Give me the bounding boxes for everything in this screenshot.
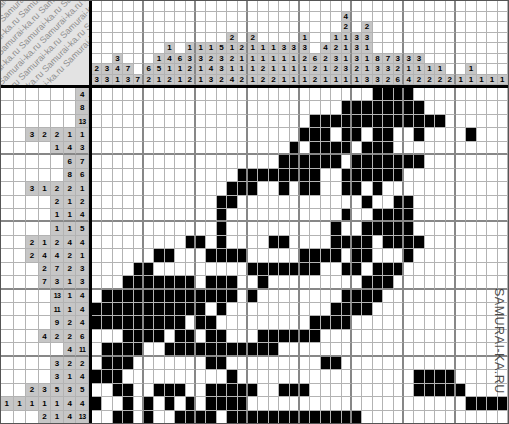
grid-cell[interactable] <box>238 397 248 410</box>
grid-cell[interactable] <box>144 249 154 262</box>
grid-cell[interactable] <box>165 343 175 356</box>
grid-cell[interactable] <box>435 155 445 168</box>
grid-cell[interactable] <box>196 343 206 356</box>
grid-cell[interactable] <box>290 209 300 222</box>
grid-cell[interactable] <box>425 209 435 222</box>
grid-cell[interactable] <box>477 88 487 101</box>
grid-cell[interactable] <box>269 196 279 209</box>
grid-cell[interactable] <box>279 357 289 370</box>
grid-cell[interactable] <box>477 357 487 370</box>
grid-cell[interactable] <box>466 236 476 249</box>
grid-cell[interactable] <box>186 88 196 101</box>
grid-cell[interactable] <box>383 88 393 101</box>
grid-cell[interactable] <box>394 357 404 370</box>
grid-cell[interactable] <box>248 357 258 370</box>
grid-cell[interactable] <box>383 101 393 114</box>
grid-cell[interactable] <box>342 370 352 383</box>
grid-cell[interactable] <box>310 397 320 410</box>
grid-cell[interactable] <box>227 316 237 329</box>
grid-cell[interactable] <box>383 236 393 249</box>
grid-cell[interactable] <box>362 236 372 249</box>
grid-cell[interactable] <box>321 128 331 141</box>
grid-cell[interactable] <box>279 397 289 410</box>
grid-cell[interactable] <box>206 155 216 168</box>
grid-cell[interactable] <box>414 128 424 141</box>
grid-cell[interactable] <box>227 357 237 370</box>
grid-cell[interactable] <box>477 142 487 155</box>
grid-cell[interactable] <box>352 330 362 343</box>
grid-cell[interactable] <box>425 88 435 101</box>
grid-cell[interactable] <box>404 196 414 209</box>
grid-cell[interactable] <box>383 155 393 168</box>
grid-cell[interactable] <box>362 101 372 114</box>
grid-cell[interactable] <box>331 115 341 128</box>
grid-cell[interactable] <box>321 249 331 262</box>
grid-cell[interactable] <box>383 182 393 195</box>
grid-cell[interactable] <box>456 209 466 222</box>
grid-cell[interactable] <box>310 343 320 356</box>
grid-cell[interactable] <box>310 222 320 235</box>
grid-cell[interactable] <box>113 370 123 383</box>
grid-cell[interactable] <box>175 411 185 424</box>
grid-cell[interactable] <box>217 357 227 370</box>
grid-cell[interactable] <box>394 303 404 316</box>
grid-cell[interactable] <box>466 290 476 303</box>
grid-cell[interactable] <box>373 397 383 410</box>
grid-cell[interactable] <box>477 384 487 397</box>
grid-cell[interactable] <box>206 196 216 209</box>
grid-cell[interactable] <box>498 88 508 101</box>
grid-cell[interactable] <box>300 263 310 276</box>
grid-cell[interactable] <box>269 101 279 114</box>
grid-cell[interactable] <box>310 370 320 383</box>
grid-cell[interactable] <box>113 209 123 222</box>
grid-cell[interactable] <box>394 290 404 303</box>
grid-cell[interactable] <box>310 209 320 222</box>
grid-cell[interactable] <box>175 397 185 410</box>
grid-cell[interactable] <box>196 357 206 370</box>
grid-cell[interactable] <box>175 290 185 303</box>
grid-cell[interactable] <box>227 370 237 383</box>
grid-cell[interactable] <box>321 411 331 424</box>
grid-cell[interactable] <box>165 222 175 235</box>
grid-cell[interactable] <box>279 290 289 303</box>
grid-cell[interactable] <box>248 142 258 155</box>
grid-cell[interactable] <box>290 384 300 397</box>
grid-cell[interactable] <box>300 384 310 397</box>
grid-cell[interactable] <box>414 222 424 235</box>
grid-cell[interactable] <box>404 290 414 303</box>
grid-cell[interactable] <box>290 343 300 356</box>
grid-cell[interactable] <box>134 290 144 303</box>
grid-cell[interactable] <box>446 182 456 195</box>
grid-cell[interactable] <box>165 370 175 383</box>
grid-cell[interactable] <box>404 357 414 370</box>
grid-cell[interactable] <box>310 276 320 289</box>
grid-cell[interactable] <box>217 249 227 262</box>
grid-cell[interactable] <box>279 196 289 209</box>
grid-cell[interactable] <box>373 155 383 168</box>
grid-cell[interactable] <box>113 411 123 424</box>
grid-cell[interactable] <box>279 303 289 316</box>
grid-cell[interactable] <box>196 370 206 383</box>
grid-cell[interactable] <box>186 343 196 356</box>
grid-cell[interactable] <box>342 169 352 182</box>
grid-cell[interactable] <box>144 343 154 356</box>
grid-cell[interactable] <box>300 370 310 383</box>
grid-cell[interactable] <box>446 411 456 424</box>
grid-cell[interactable] <box>175 222 185 235</box>
grid-cell[interactable] <box>342 397 352 410</box>
grid-cell[interactable] <box>321 357 331 370</box>
grid-cell[interactable] <box>186 249 196 262</box>
grid-cell[interactable] <box>466 357 476 370</box>
grid-cell[interactable] <box>248 276 258 289</box>
grid-cell[interactable] <box>404 182 414 195</box>
grid-cell[interactable] <box>394 249 404 262</box>
grid-cell[interactable] <box>92 343 102 356</box>
grid-cell[interactable] <box>331 343 341 356</box>
grid-cell[interactable] <box>206 330 216 343</box>
grid-cell[interactable] <box>290 316 300 329</box>
grid-cell[interactable] <box>487 142 497 155</box>
grid-cell[interactable] <box>331 316 341 329</box>
grid-cell[interactable] <box>373 411 383 424</box>
grid-cell[interactable] <box>238 196 248 209</box>
grid-cell[interactable] <box>466 411 476 424</box>
grid-cell[interactable] <box>331 370 341 383</box>
grid-cell[interactable] <box>227 142 237 155</box>
grid-cell[interactable] <box>446 169 456 182</box>
grid-cell[interactable] <box>102 303 112 316</box>
grid-cell[interactable] <box>498 236 508 249</box>
grid-cell[interactable] <box>435 330 445 343</box>
grid-cell[interactable] <box>321 101 331 114</box>
grid-cell[interactable] <box>446 115 456 128</box>
grid-cell[interactable] <box>477 343 487 356</box>
grid-cell[interactable] <box>196 182 206 195</box>
grid-cell[interactable] <box>227 330 237 343</box>
grid-cell[interactable] <box>373 236 383 249</box>
grid-cell[interactable] <box>123 142 133 155</box>
grid-cell[interactable] <box>269 330 279 343</box>
grid-cell[interactable] <box>394 343 404 356</box>
grid-cell[interactable] <box>435 236 445 249</box>
grid-cell[interactable] <box>154 276 164 289</box>
grid-cell[interactable] <box>425 330 435 343</box>
grid-cell[interactable] <box>175 343 185 356</box>
grid-cell[interactable] <box>102 384 112 397</box>
grid-cell[interactable] <box>269 182 279 195</box>
grid-cell[interactable] <box>123 384 133 397</box>
grid-cell[interactable] <box>466 88 476 101</box>
grid-cell[interactable] <box>352 169 362 182</box>
grid-cell[interactable] <box>300 397 310 410</box>
grid-cell[interactable] <box>196 236 206 249</box>
grid-cell[interactable] <box>248 263 258 276</box>
grid-cell[interactable] <box>466 222 476 235</box>
grid-cell[interactable] <box>362 88 372 101</box>
grid-cell[interactable] <box>165 169 175 182</box>
grid-cell[interactable] <box>373 263 383 276</box>
grid-cell[interactable] <box>362 115 372 128</box>
grid-cell[interactable] <box>383 249 393 262</box>
grid-cell[interactable] <box>217 343 227 356</box>
grid-cell[interactable] <box>248 182 258 195</box>
grid-cell[interactable] <box>331 249 341 262</box>
grid-cell[interactable] <box>269 222 279 235</box>
grid-cell[interactable] <box>290 397 300 410</box>
grid-cell[interactable] <box>456 101 466 114</box>
grid-cell[interactable] <box>310 142 320 155</box>
grid-cell[interactable] <box>342 115 352 128</box>
grid-cell[interactable] <box>113 88 123 101</box>
grid-cell[interactable] <box>175 316 185 329</box>
grid-cell[interactable] <box>258 222 268 235</box>
grid-cell[interactable] <box>186 330 196 343</box>
grid-cell[interactable] <box>144 196 154 209</box>
grid-cell[interactable] <box>435 384 445 397</box>
grid-cell[interactable] <box>165 384 175 397</box>
grid-cell[interactable] <box>310 101 320 114</box>
grid-cell[interactable] <box>154 330 164 343</box>
grid-cell[interactable] <box>290 142 300 155</box>
grid-cell[interactable] <box>425 115 435 128</box>
grid-cell[interactable] <box>414 169 424 182</box>
grid-cell[interactable] <box>466 196 476 209</box>
grid-cell[interactable] <box>258 101 268 114</box>
grid-cell[interactable] <box>279 142 289 155</box>
grid-cell[interactable] <box>154 182 164 195</box>
grid-cell[interactable] <box>238 263 248 276</box>
grid-cell[interactable] <box>165 263 175 276</box>
grid-cell[interactable] <box>175 330 185 343</box>
grid-cell[interactable] <box>300 236 310 249</box>
grid-cell[interactable] <box>113 330 123 343</box>
grid-cell[interactable] <box>113 276 123 289</box>
grid-cell[interactable] <box>258 330 268 343</box>
grid-cell[interactable] <box>113 316 123 329</box>
grid-cell[interactable] <box>310 316 320 329</box>
grid-cell[interactable] <box>456 303 466 316</box>
grid-cell[interactable] <box>144 182 154 195</box>
grid-cell[interactable] <box>477 222 487 235</box>
grid-cell[interactable] <box>414 182 424 195</box>
grid-cell[interactable] <box>165 196 175 209</box>
grid-cell[interactable] <box>113 182 123 195</box>
grid-cell[interactable] <box>238 249 248 262</box>
grid-cell[interactable] <box>310 303 320 316</box>
grid-cell[interactable] <box>394 370 404 383</box>
grid-cell[interactable] <box>456 169 466 182</box>
grid-cell[interactable] <box>477 236 487 249</box>
grid-cell[interactable] <box>342 142 352 155</box>
grid-cell[interactable] <box>373 128 383 141</box>
grid-cell[interactable] <box>113 357 123 370</box>
grid-cell[interactable] <box>217 222 227 235</box>
grid-cell[interactable] <box>102 357 112 370</box>
grid-cell[interactable] <box>352 370 362 383</box>
grid-cell[interactable] <box>165 88 175 101</box>
grid-cell[interactable] <box>206 236 216 249</box>
grid-cell[interactable] <box>342 155 352 168</box>
grid-cell[interactable] <box>414 88 424 101</box>
grid-cell[interactable] <box>113 169 123 182</box>
grid-cell[interactable] <box>383 142 393 155</box>
grid-cell[interactable] <box>102 155 112 168</box>
grid-cell[interactable] <box>113 196 123 209</box>
grid-cell[interactable] <box>394 115 404 128</box>
grid-cell[interactable] <box>373 209 383 222</box>
grid-cell[interactable] <box>206 343 216 356</box>
grid-cell[interactable] <box>466 101 476 114</box>
grid-cell[interactable] <box>352 384 362 397</box>
grid-cell[interactable] <box>154 343 164 356</box>
grid-cell[interactable] <box>456 88 466 101</box>
grid-cell[interactable] <box>92 276 102 289</box>
grid-cell[interactable] <box>196 88 206 101</box>
grid-cell[interactable] <box>352 249 362 262</box>
grid-cell[interactable] <box>414 209 424 222</box>
grid-cell[interactable] <box>238 209 248 222</box>
grid-cell[interactable] <box>466 276 476 289</box>
grid-cell[interactable] <box>175 182 185 195</box>
grid-cell[interactable] <box>342 316 352 329</box>
grid-cell[interactable] <box>102 276 112 289</box>
grid-cell[interactable] <box>290 370 300 383</box>
grid-cell[interactable] <box>342 222 352 235</box>
grid-cell[interactable] <box>404 343 414 356</box>
grid-cell[interactable] <box>217 196 227 209</box>
grid-cell[interactable] <box>300 357 310 370</box>
grid-cell[interactable] <box>92 290 102 303</box>
grid-cell[interactable] <box>134 128 144 141</box>
grid-cell[interactable] <box>425 182 435 195</box>
grid-cell[interactable] <box>290 169 300 182</box>
grid-cell[interactable] <box>134 411 144 424</box>
grid-cell[interactable] <box>383 384 393 397</box>
grid-cell[interactable] <box>102 290 112 303</box>
grid-cell[interactable] <box>175 357 185 370</box>
grid-cell[interactable] <box>269 115 279 128</box>
grid-cell[interactable] <box>414 263 424 276</box>
grid-cell[interactable] <box>279 182 289 195</box>
grid-cell[interactable] <box>269 169 279 182</box>
grid-cell[interactable] <box>279 343 289 356</box>
grid-cell[interactable] <box>134 249 144 262</box>
grid-cell[interactable] <box>435 115 445 128</box>
grid-cell[interactable] <box>134 182 144 195</box>
grid-cell[interactable] <box>144 384 154 397</box>
grid-cell[interactable] <box>92 142 102 155</box>
grid-cell[interactable] <box>113 222 123 235</box>
grid-cell[interactable] <box>487 249 497 262</box>
grid-cell[interactable] <box>248 115 258 128</box>
grid-cell[interactable] <box>113 249 123 262</box>
grid-cell[interactable] <box>342 128 352 141</box>
grid-cell[interactable] <box>217 263 227 276</box>
grid-cell[interactable] <box>175 384 185 397</box>
grid-cell[interactable] <box>487 88 497 101</box>
grid-cell[interactable] <box>154 196 164 209</box>
grid-cell[interactable] <box>279 209 289 222</box>
grid-cell[interactable] <box>206 222 216 235</box>
grid-cell[interactable] <box>466 142 476 155</box>
grid-cell[interactable] <box>134 343 144 356</box>
grid-cell[interactable] <box>373 101 383 114</box>
grid-cell[interactable] <box>352 88 362 101</box>
grid-cell[interactable] <box>175 209 185 222</box>
grid-cell[interactable] <box>238 182 248 195</box>
grid-cell[interactable] <box>310 128 320 141</box>
grid-cell[interactable] <box>456 384 466 397</box>
grid-cell[interactable] <box>206 115 216 128</box>
grid-cell[interactable] <box>342 196 352 209</box>
grid-cell[interactable] <box>342 384 352 397</box>
grid-cell[interactable] <box>425 236 435 249</box>
grid-cell[interactable] <box>404 303 414 316</box>
grid-cell[interactable] <box>342 343 352 356</box>
grid-cell[interactable] <box>186 155 196 168</box>
grid-cell[interactable] <box>279 155 289 168</box>
grid-cell[interactable] <box>92 370 102 383</box>
grid-cell[interactable] <box>102 370 112 383</box>
grid-cell[interactable] <box>113 303 123 316</box>
grid-cell[interactable] <box>217 384 227 397</box>
grid-cell[interactable] <box>186 411 196 424</box>
grid-cell[interactable] <box>394 128 404 141</box>
grid-cell[interactable] <box>123 182 133 195</box>
grid-cell[interactable] <box>352 397 362 410</box>
grid-cell[interactable] <box>217 330 227 343</box>
grid-cell[interactable] <box>435 357 445 370</box>
grid-cell[interactable] <box>123 303 133 316</box>
grid-cell[interactable] <box>248 316 258 329</box>
grid-cell[interactable] <box>123 330 133 343</box>
puzzle-grid[interactable] <box>92 88 508 424</box>
grid-cell[interactable] <box>404 411 414 424</box>
grid-cell[interactable] <box>435 316 445 329</box>
grid-cell[interactable] <box>310 411 320 424</box>
grid-cell[interactable] <box>134 330 144 343</box>
grid-cell[interactable] <box>300 222 310 235</box>
grid-cell[interactable] <box>404 249 414 262</box>
grid-cell[interactable] <box>279 316 289 329</box>
grid-cell[interactable] <box>394 316 404 329</box>
grid-cell[interactable] <box>248 330 258 343</box>
grid-cell[interactable] <box>352 101 362 114</box>
grid-cell[interactable] <box>498 101 508 114</box>
grid-cell[interactable] <box>290 411 300 424</box>
grid-cell[interactable] <box>238 142 248 155</box>
grid-cell[interactable] <box>290 182 300 195</box>
grid-cell[interactable] <box>196 115 206 128</box>
grid-cell[interactable] <box>477 115 487 128</box>
grid-cell[interactable] <box>446 316 456 329</box>
grid-cell[interactable] <box>477 249 487 262</box>
grid-cell[interactable] <box>290 101 300 114</box>
grid-cell[interactable] <box>134 316 144 329</box>
grid-cell[interactable] <box>154 115 164 128</box>
grid-cell[interactable] <box>165 249 175 262</box>
grid-cell[interactable] <box>342 209 352 222</box>
grid-cell[interactable] <box>175 196 185 209</box>
grid-cell[interactable] <box>352 222 362 235</box>
grid-cell[interactable] <box>331 142 341 155</box>
grid-cell[interactable] <box>238 411 248 424</box>
grid-cell[interactable] <box>258 384 268 397</box>
grid-cell[interactable] <box>92 330 102 343</box>
